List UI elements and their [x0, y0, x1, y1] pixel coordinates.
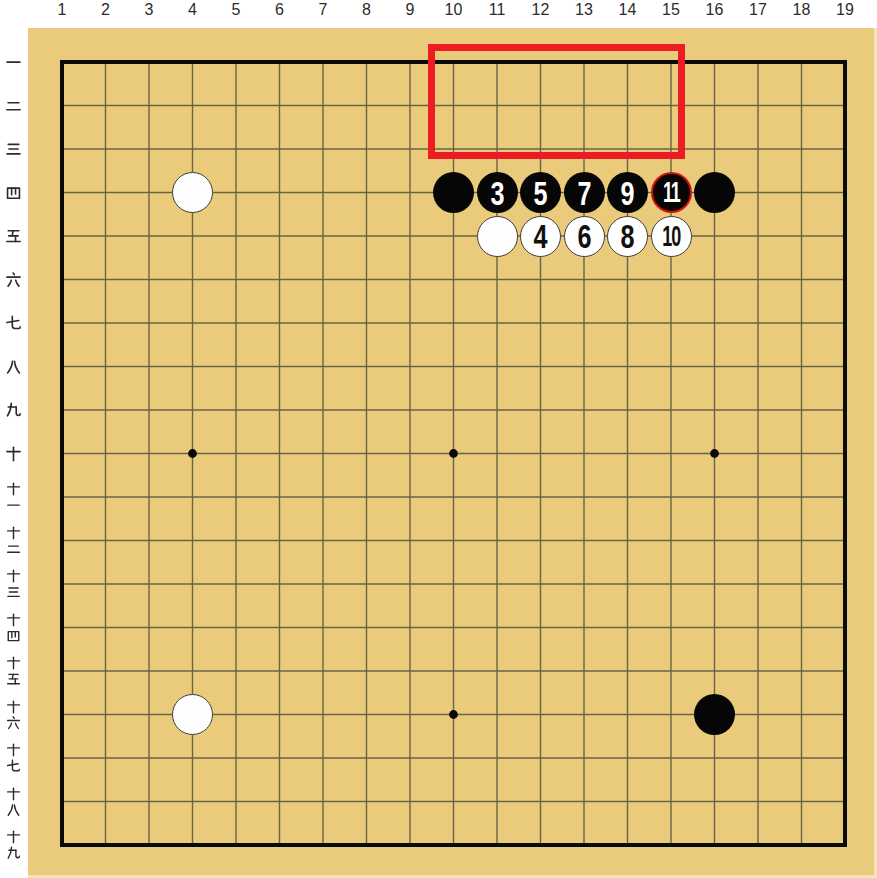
- intersection-5-11[interactable]: [214, 475, 258, 519]
- intersection-17-18[interactable]: [736, 780, 780, 824]
- intersection-13-14[interactable]: [562, 606, 606, 650]
- intersection-13-16[interactable]: [562, 693, 606, 737]
- intersection-19-19[interactable]: [823, 823, 867, 867]
- intersection-11-9[interactable]: [475, 388, 519, 432]
- intersection-1-2[interactable]: [40, 84, 84, 128]
- intersection-2-8[interactable]: [84, 345, 128, 389]
- intersection-6-6[interactable]: [258, 258, 302, 302]
- intersection-8-4[interactable]: [345, 171, 389, 215]
- stone-black-15-4-last-move[interactable]: 11: [651, 172, 692, 213]
- intersection-2-10[interactable]: [84, 432, 128, 476]
- intersection-14-19[interactable]: [606, 823, 650, 867]
- intersection-19-15[interactable]: [823, 649, 867, 693]
- intersection-9-13[interactable]: [388, 562, 432, 606]
- stone-white-4-4[interactable]: [172, 172, 213, 213]
- intersection-16-10[interactable]: [693, 432, 737, 476]
- intersection-15-19[interactable]: [649, 823, 693, 867]
- intersection-18-7[interactable]: [780, 301, 824, 345]
- intersection-19-8[interactable]: [823, 345, 867, 389]
- intersection-2-17[interactable]: [84, 736, 128, 780]
- intersection-4-17[interactable]: [171, 736, 215, 780]
- intersection-6-19[interactable]: [258, 823, 302, 867]
- intersection-19-11[interactable]: [823, 475, 867, 519]
- intersection-13-17[interactable]: [562, 736, 606, 780]
- intersection-4-3[interactable]: [171, 127, 215, 171]
- intersection-11-10[interactable]: [475, 432, 519, 476]
- intersection-14-5[interactable]: 8: [606, 214, 650, 258]
- intersection-12-2[interactable]: [519, 84, 563, 128]
- intersection-15-5[interactable]: 10: [649, 214, 693, 258]
- intersection-14-1[interactable]: [606, 40, 650, 84]
- intersection-5-6[interactable]: [214, 258, 258, 302]
- intersection-5-13[interactable]: [214, 562, 258, 606]
- intersection-18-13[interactable]: [780, 562, 824, 606]
- intersection-18-9[interactable]: [780, 388, 824, 432]
- intersection-16-14[interactable]: [693, 606, 737, 650]
- intersection-7-6[interactable]: [301, 258, 345, 302]
- intersection-7-11[interactable]: [301, 475, 345, 519]
- intersection-18-4[interactable]: [780, 171, 824, 215]
- intersection-6-3[interactable]: [258, 127, 302, 171]
- intersection-6-4[interactable]: [258, 171, 302, 215]
- intersection-6-16[interactable]: [258, 693, 302, 737]
- intersection-7-19[interactable]: [301, 823, 345, 867]
- intersection-1-14[interactable]: [40, 606, 84, 650]
- intersection-9-18[interactable]: [388, 780, 432, 824]
- intersection-7-13[interactable]: [301, 562, 345, 606]
- intersection-2-7[interactable]: [84, 301, 128, 345]
- intersection-6-18[interactable]: [258, 780, 302, 824]
- intersection-1-6[interactable]: [40, 258, 84, 302]
- intersection-14-15[interactable]: [606, 649, 650, 693]
- intersection-12-17[interactable]: [519, 736, 563, 780]
- stone-white-4-16[interactable]: [172, 694, 213, 735]
- intersection-8-2[interactable]: [345, 84, 389, 128]
- intersection-14-4[interactable]: 9: [606, 171, 650, 215]
- intersection-15-18[interactable]: [649, 780, 693, 824]
- intersection-11-7[interactable]: [475, 301, 519, 345]
- intersection-3-1[interactable]: [127, 40, 171, 84]
- intersection-12-3[interactable]: [519, 127, 563, 171]
- intersection-19-7[interactable]: [823, 301, 867, 345]
- intersection-3-19[interactable]: [127, 823, 171, 867]
- intersection-11-17[interactable]: [475, 736, 519, 780]
- intersection-6-11[interactable]: [258, 475, 302, 519]
- intersection-2-5[interactable]: [84, 214, 128, 258]
- stone-white-12-5[interactable]: 4: [520, 216, 561, 257]
- intersection-8-17[interactable]: [345, 736, 389, 780]
- intersection-18-3[interactable]: [780, 127, 824, 171]
- intersection-9-16[interactable]: [388, 693, 432, 737]
- intersection-9-2[interactable]: [388, 84, 432, 128]
- intersection-11-2[interactable]: [475, 84, 519, 128]
- intersection-11-3[interactable]: [475, 127, 519, 171]
- intersection-19-4[interactable]: [823, 171, 867, 215]
- intersection-17-6[interactable]: [736, 258, 780, 302]
- intersection-10-8[interactable]: [432, 345, 476, 389]
- intersection-16-17[interactable]: [693, 736, 737, 780]
- intersection-8-11[interactable]: [345, 475, 389, 519]
- intersection-13-12[interactable]: [562, 519, 606, 563]
- intersection-15-17[interactable]: [649, 736, 693, 780]
- intersection-5-15[interactable]: [214, 649, 258, 693]
- intersection-6-7[interactable]: [258, 301, 302, 345]
- intersection-6-14[interactable]: [258, 606, 302, 650]
- intersection-9-6[interactable]: [388, 258, 432, 302]
- intersection-2-9[interactable]: [84, 388, 128, 432]
- intersection-9-8[interactable]: [388, 345, 432, 389]
- intersection-2-6[interactable]: [84, 258, 128, 302]
- intersection-14-16[interactable]: [606, 693, 650, 737]
- intersection-16-4[interactable]: [693, 171, 737, 215]
- intersection-10-7[interactable]: [432, 301, 476, 345]
- intersection-6-1[interactable]: [258, 40, 302, 84]
- intersection-17-11[interactable]: [736, 475, 780, 519]
- intersection-2-15[interactable]: [84, 649, 128, 693]
- intersection-5-17[interactable]: [214, 736, 258, 780]
- intersection-3-5[interactable]: [127, 214, 171, 258]
- intersection-16-1[interactable]: [693, 40, 737, 84]
- intersection-17-10[interactable]: [736, 432, 780, 476]
- intersection-18-16[interactable]: [780, 693, 824, 737]
- stone-black-16-16[interactable]: [694, 694, 735, 735]
- intersection-8-15[interactable]: [345, 649, 389, 693]
- intersection-19-16[interactable]: [823, 693, 867, 737]
- intersection-18-5[interactable]: [780, 214, 824, 258]
- intersection-19-12[interactable]: [823, 519, 867, 563]
- intersection-16-9[interactable]: [693, 388, 737, 432]
- intersection-19-1[interactable]: [823, 40, 867, 84]
- intersection-5-19[interactable]: [214, 823, 258, 867]
- intersection-8-13[interactable]: [345, 562, 389, 606]
- intersection-11-12[interactable]: [475, 519, 519, 563]
- intersection-3-15[interactable]: [127, 649, 171, 693]
- intersection-1-7[interactable]: [40, 301, 84, 345]
- intersection-8-10[interactable]: [345, 432, 389, 476]
- intersection-11-6[interactable]: [475, 258, 519, 302]
- intersection-8-1[interactable]: [345, 40, 389, 84]
- intersection-11-11[interactable]: [475, 475, 519, 519]
- intersection-18-12[interactable]: [780, 519, 824, 563]
- intersection-12-15[interactable]: [519, 649, 563, 693]
- intersection-10-13[interactable]: [432, 562, 476, 606]
- intersection-1-3[interactable]: [40, 127, 84, 171]
- intersection-4-14[interactable]: [171, 606, 215, 650]
- intersection-18-6[interactable]: [780, 258, 824, 302]
- intersection-12-18[interactable]: [519, 780, 563, 824]
- stone-white-14-5[interactable]: 8: [607, 216, 648, 257]
- intersection-13-4[interactable]: 7: [562, 171, 606, 215]
- intersection-4-19[interactable]: [171, 823, 215, 867]
- intersection-7-10[interactable]: [301, 432, 345, 476]
- intersection-4-12[interactable]: [171, 519, 215, 563]
- intersection-18-15[interactable]: [780, 649, 824, 693]
- intersection-2-19[interactable]: [84, 823, 128, 867]
- intersection-8-14[interactable]: [345, 606, 389, 650]
- stone-black-14-4[interactable]: 9: [607, 172, 648, 213]
- intersection-5-3[interactable]: [214, 127, 258, 171]
- intersection-17-13[interactable]: [736, 562, 780, 606]
- intersection-9-10[interactable]: [388, 432, 432, 476]
- intersection-1-5[interactable]: [40, 214, 84, 258]
- intersection-10-4[interactable]: [432, 171, 476, 215]
- intersection-5-12[interactable]: [214, 519, 258, 563]
- intersection-18-18[interactable]: [780, 780, 824, 824]
- intersection-12-11[interactable]: [519, 475, 563, 519]
- intersection-11-8[interactable]: [475, 345, 519, 389]
- intersection-15-10[interactable]: [649, 432, 693, 476]
- intersection-5-10[interactable]: [214, 432, 258, 476]
- intersection-18-2[interactable]: [780, 84, 824, 128]
- intersection-4-1[interactable]: [171, 40, 215, 84]
- intersection-9-19[interactable]: [388, 823, 432, 867]
- intersection-1-12[interactable]: [40, 519, 84, 563]
- intersection-15-3[interactable]: [649, 127, 693, 171]
- intersection-17-15[interactable]: [736, 649, 780, 693]
- intersection-2-2[interactable]: [84, 84, 128, 128]
- intersection-8-12[interactable]: [345, 519, 389, 563]
- intersection-19-17[interactable]: [823, 736, 867, 780]
- intersection-1-8[interactable]: [40, 345, 84, 389]
- intersection-18-17[interactable]: [780, 736, 824, 780]
- intersection-3-4[interactable]: [127, 171, 171, 215]
- intersection-12-9[interactable]: [519, 388, 563, 432]
- intersection-7-12[interactable]: [301, 519, 345, 563]
- intersection-1-13[interactable]: [40, 562, 84, 606]
- intersection-4-4[interactable]: [171, 171, 215, 215]
- intersection-10-3[interactable]: [432, 127, 476, 171]
- intersection-11-18[interactable]: [475, 780, 519, 824]
- intersection-7-9[interactable]: [301, 388, 345, 432]
- intersection-11-1[interactable]: [475, 40, 519, 84]
- intersection-1-18[interactable]: [40, 780, 84, 824]
- intersection-8-9[interactable]: [345, 388, 389, 432]
- intersection-15-6[interactable]: [649, 258, 693, 302]
- intersection-3-18[interactable]: [127, 780, 171, 824]
- intersection-9-9[interactable]: [388, 388, 432, 432]
- intersection-14-8[interactable]: [606, 345, 650, 389]
- intersection-17-5[interactable]: [736, 214, 780, 258]
- intersection-10-2[interactable]: [432, 84, 476, 128]
- intersection-16-7[interactable]: [693, 301, 737, 345]
- intersection-15-12[interactable]: [649, 519, 693, 563]
- intersection-19-10[interactable]: [823, 432, 867, 476]
- intersection-10-15[interactable]: [432, 649, 476, 693]
- intersection-17-4[interactable]: [736, 171, 780, 215]
- intersection-15-14[interactable]: [649, 606, 693, 650]
- intersection-4-15[interactable]: [171, 649, 215, 693]
- intersection-14-9[interactable]: [606, 388, 650, 432]
- intersection-10-12[interactable]: [432, 519, 476, 563]
- intersection-7-4[interactable]: [301, 171, 345, 215]
- intersection-18-8[interactable]: [780, 345, 824, 389]
- intersection-13-3[interactable]: [562, 127, 606, 171]
- intersection-3-10[interactable]: [127, 432, 171, 476]
- intersection-17-12[interactable]: [736, 519, 780, 563]
- intersection-5-4[interactable]: [214, 171, 258, 215]
- intersection-10-16[interactable]: [432, 693, 476, 737]
- intersection-7-5[interactable]: [301, 214, 345, 258]
- intersection-15-4[interactable]: 11: [649, 171, 693, 215]
- intersection-14-11[interactable]: [606, 475, 650, 519]
- intersection-17-17[interactable]: [736, 736, 780, 780]
- intersection-7-15[interactable]: [301, 649, 345, 693]
- intersection-5-18[interactable]: [214, 780, 258, 824]
- intersection-8-18[interactable]: [345, 780, 389, 824]
- intersection-1-4[interactable]: [40, 171, 84, 215]
- intersection-9-15[interactable]: [388, 649, 432, 693]
- intersection-8-8[interactable]: [345, 345, 389, 389]
- intersection-19-6[interactable]: [823, 258, 867, 302]
- intersection-13-18[interactable]: [562, 780, 606, 824]
- intersection-7-7[interactable]: [301, 301, 345, 345]
- intersection-10-10[interactable]: [432, 432, 476, 476]
- intersection-11-4[interactable]: 3: [475, 171, 519, 215]
- intersection-3-16[interactable]: [127, 693, 171, 737]
- intersection-14-2[interactable]: [606, 84, 650, 128]
- intersection-14-17[interactable]: [606, 736, 650, 780]
- intersection-10-19[interactable]: [432, 823, 476, 867]
- intersection-1-19[interactable]: [40, 823, 84, 867]
- intersection-3-12[interactable]: [127, 519, 171, 563]
- intersection-13-6[interactable]: [562, 258, 606, 302]
- intersection-13-15[interactable]: [562, 649, 606, 693]
- intersection-9-4[interactable]: [388, 171, 432, 215]
- intersection-1-10[interactable]: [40, 432, 84, 476]
- intersection-15-11[interactable]: [649, 475, 693, 519]
- intersection-8-5[interactable]: [345, 214, 389, 258]
- intersection-2-4[interactable]: [84, 171, 128, 215]
- intersection-12-14[interactable]: [519, 606, 563, 650]
- stone-black-12-4[interactable]: 5: [520, 172, 561, 213]
- intersection-6-13[interactable]: [258, 562, 302, 606]
- intersection-7-1[interactable]: [301, 40, 345, 84]
- intersection-5-7[interactable]: [214, 301, 258, 345]
- intersection-19-18[interactable]: [823, 780, 867, 824]
- intersection-10-17[interactable]: [432, 736, 476, 780]
- intersection-7-3[interactable]: [301, 127, 345, 171]
- intersection-12-12[interactable]: [519, 519, 563, 563]
- intersection-16-15[interactable]: [693, 649, 737, 693]
- intersection-2-11[interactable]: [84, 475, 128, 519]
- intersection-16-12[interactable]: [693, 519, 737, 563]
- intersection-3-13[interactable]: [127, 562, 171, 606]
- intersection-8-16[interactable]: [345, 693, 389, 737]
- intersection-11-16[interactable]: [475, 693, 519, 737]
- intersection-9-17[interactable]: [388, 736, 432, 780]
- intersection-4-10[interactable]: [171, 432, 215, 476]
- intersection-12-8[interactable]: [519, 345, 563, 389]
- intersection-16-8[interactable]: [693, 345, 737, 389]
- intersection-17-7[interactable]: [736, 301, 780, 345]
- intersection-9-14[interactable]: [388, 606, 432, 650]
- intersection-12-5[interactable]: 4: [519, 214, 563, 258]
- intersection-16-18[interactable]: [693, 780, 737, 824]
- intersection-7-18[interactable]: [301, 780, 345, 824]
- stone-black-13-4[interactable]: 7: [564, 172, 605, 213]
- intersection-7-17[interactable]: [301, 736, 345, 780]
- intersection-17-19[interactable]: [736, 823, 780, 867]
- intersection-6-17[interactable]: [258, 736, 302, 780]
- intersection-3-3[interactable]: [127, 127, 171, 171]
- intersection-1-15[interactable]: [40, 649, 84, 693]
- intersection-16-3[interactable]: [693, 127, 737, 171]
- intersection-8-19[interactable]: [345, 823, 389, 867]
- intersection-2-14[interactable]: [84, 606, 128, 650]
- intersection-10-5[interactable]: [432, 214, 476, 258]
- intersection-13-2[interactable]: [562, 84, 606, 128]
- intersection-3-11[interactable]: [127, 475, 171, 519]
- intersection-5-8[interactable]: [214, 345, 258, 389]
- intersection-2-12[interactable]: [84, 519, 128, 563]
- intersection-9-3[interactable]: [388, 127, 432, 171]
- stone-black-16-4[interactable]: [694, 172, 735, 213]
- intersection-17-2[interactable]: [736, 84, 780, 128]
- intersection-4-6[interactable]: [171, 258, 215, 302]
- intersection-10-9[interactable]: [432, 388, 476, 432]
- intersection-9-5[interactable]: [388, 214, 432, 258]
- intersection-4-13[interactable]: [171, 562, 215, 606]
- intersection-12-16[interactable]: [519, 693, 563, 737]
- intersection-2-3[interactable]: [84, 127, 128, 171]
- intersection-15-7[interactable]: [649, 301, 693, 345]
- intersection-17-14[interactable]: [736, 606, 780, 650]
- intersection-3-8[interactable]: [127, 345, 171, 389]
- intersection-10-14[interactable]: [432, 606, 476, 650]
- intersection-12-6[interactable]: [519, 258, 563, 302]
- intersection-18-19[interactable]: [780, 823, 824, 867]
- intersection-3-7[interactable]: [127, 301, 171, 345]
- intersection-14-3[interactable]: [606, 127, 650, 171]
- intersection-16-13[interactable]: [693, 562, 737, 606]
- intersection-13-8[interactable]: [562, 345, 606, 389]
- intersection-7-2[interactable]: [301, 84, 345, 128]
- intersection-13-1[interactable]: [562, 40, 606, 84]
- stone-white-11-5[interactable]: [477, 216, 518, 257]
- intersection-2-16[interactable]: [84, 693, 128, 737]
- intersection-8-7[interactable]: [345, 301, 389, 345]
- intersection-10-18[interactable]: [432, 780, 476, 824]
- intersection-4-5[interactable]: [171, 214, 215, 258]
- intersection-19-5[interactable]: [823, 214, 867, 258]
- intersection-14-12[interactable]: [606, 519, 650, 563]
- intersection-9-7[interactable]: [388, 301, 432, 345]
- intersection-17-16[interactable]: [736, 693, 780, 737]
- stone-white-15-5[interactable]: 10: [651, 216, 692, 257]
- intersection-13-19[interactable]: [562, 823, 606, 867]
- intersection-4-8[interactable]: [171, 345, 215, 389]
- intersection-18-1[interactable]: [780, 40, 824, 84]
- intersection-6-8[interactable]: [258, 345, 302, 389]
- intersection-15-16[interactable]: [649, 693, 693, 737]
- intersection-1-1[interactable]: [40, 40, 84, 84]
- intersection-2-13[interactable]: [84, 562, 128, 606]
- intersection-13-10[interactable]: [562, 432, 606, 476]
- intersection-7-14[interactable]: [301, 606, 345, 650]
- intersection-15-15[interactable]: [649, 649, 693, 693]
- intersection-4-16[interactable]: [171, 693, 215, 737]
- intersection-3-9[interactable]: [127, 388, 171, 432]
- intersection-16-16[interactable]: [693, 693, 737, 737]
- intersection-6-10[interactable]: [258, 432, 302, 476]
- intersection-19-2[interactable]: [823, 84, 867, 128]
- intersection-17-3[interactable]: [736, 127, 780, 171]
- intersection-3-2[interactable]: [127, 84, 171, 128]
- intersection-18-11[interactable]: [780, 475, 824, 519]
- intersection-19-13[interactable]: [823, 562, 867, 606]
- intersection-2-18[interactable]: [84, 780, 128, 824]
- intersection-4-2[interactable]: [171, 84, 215, 128]
